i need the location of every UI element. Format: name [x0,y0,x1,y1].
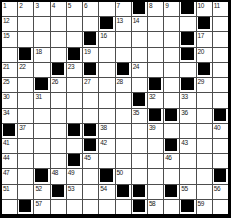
clue-number-39: 39 [149,124,155,131]
cell-r9c12[interactable] [180,124,195,138]
cell-r10c10[interactable] [148,139,163,153]
cell-r12c13[interactable] [197,169,212,183]
clue-number-48: 48 [52,169,58,176]
cell-r11c4[interactable] [51,154,66,168]
clue-number-51: 51 [3,185,9,192]
cell-r8c8[interactable] [116,109,131,123]
cell-r3c11[interactable] [164,32,179,46]
clue-number-46: 46 [165,154,171,161]
cell-r10c13[interactable] [197,139,212,153]
clue-number-29: 29 [198,78,204,85]
cell-r13c2[interactable] [18,185,33,199]
cell-r9c10[interactable]: 39 [148,124,163,138]
black-cell-r4c5 [67,48,82,62]
cell-r3c8[interactable] [116,32,131,46]
cell-r7c14[interactable] [213,93,228,107]
black-cell-r2c7 [99,17,114,31]
cell-r13c13[interactable] [197,185,212,199]
cell-r14c6[interactable] [83,200,98,214]
cell-r11c8[interactable] [116,154,131,168]
black-cell-r5c13 [197,63,212,77]
black-cell-r1c9 [132,2,147,16]
cell-r6c6[interactable]: 27 [83,78,98,92]
clue-number-45: 45 [84,154,90,161]
clue-number-37: 37 [19,124,25,131]
cell-r9c9[interactable] [132,124,147,138]
cell-r6c14[interactable] [213,78,228,92]
cell-r3c2[interactable] [18,32,33,46]
cell-r7c11[interactable] [164,93,179,107]
clue-number-33: 33 [181,93,187,100]
black-cell-r9c6 [83,124,98,138]
cell-r12c8[interactable]: 50 [116,169,131,183]
black-square [35,169,47,181]
black-cell-r2c13 [197,17,212,31]
cell-r13c6[interactable] [83,185,98,199]
cell-r6c1[interactable]: 25 [2,78,17,92]
cell-r6c9[interactable] [132,78,147,92]
cell-r11c7[interactable] [99,154,114,168]
black-square [133,185,145,197]
cell-r4c3[interactable]: 18 [34,48,49,62]
cell-r7c1[interactable]: 30 [2,93,17,107]
black-square [214,169,226,181]
cell-r13c5[interactable]: 53 [67,185,82,199]
cell-r5c10[interactable] [148,63,163,77]
clue-number-59: 59 [198,200,204,207]
black-cell-r13c11 [164,185,179,199]
cell-r3c9[interactable] [132,32,147,46]
clue-number-26: 26 [52,78,58,85]
clue-number-44: 44 [3,154,9,161]
clue-number-40: 40 [214,124,220,131]
cell-r4c14[interactable] [213,48,228,62]
black-square [68,124,80,136]
cell-r13c12[interactable]: 55 [180,185,195,199]
cell-r10c9[interactable] [132,139,147,153]
cell-r7c8[interactable] [116,93,131,107]
clue-number-50: 50 [117,169,123,176]
clue-number-32: 32 [149,93,155,100]
black-cell-r14c2 [18,200,33,214]
cell-r8c5[interactable] [67,109,82,123]
cell-r8c4[interactable] [51,109,66,123]
cell-r14c3[interactable]: 57 [34,200,49,214]
clue-number-17: 17 [198,32,204,39]
clue-number-1: 1 [3,2,6,9]
clue-number-4: 4 [52,2,55,9]
cell-r6c4[interactable]: 26 [51,78,66,92]
cell-r7c10[interactable]: 32 [148,93,163,107]
black-square [68,48,80,60]
cell-r2c2[interactable] [18,17,33,31]
cell-r7c4[interactable] [51,93,66,107]
cell-r8c9[interactable]: 35 [132,109,147,123]
black-cell-r12c7 [99,169,114,183]
clue-number-35: 35 [133,109,139,116]
black-cell-r13c4 [51,185,66,199]
clue-number-7: 7 [117,2,120,9]
cell-r8c3[interactable] [34,109,49,123]
cell-r5c11[interactable] [164,63,179,77]
cell-r9c3[interactable] [34,124,49,138]
cell-r6c8[interactable]: 28 [116,78,131,92]
cell-r4c6[interactable]: 19 [83,48,98,62]
black-square [68,154,80,166]
cell-r2c14[interactable] [213,17,228,31]
cell-r2c1[interactable]: 12 [2,17,17,31]
cell-r2c5[interactable] [67,17,82,31]
cell-r10c2[interactable] [18,139,33,153]
cell-r6c5[interactable] [67,78,82,92]
clue-number-20: 20 [198,48,204,55]
black-square [117,63,129,75]
cell-r11c1[interactable]: 44 [2,154,17,168]
clue-number-49: 49 [68,169,74,176]
cell-r11c11[interactable]: 46 [164,154,179,168]
cell-r8c13[interactable] [197,109,212,123]
cell-r1c13[interactable]: 10 [197,2,212,16]
crossword-grid: 1234567891011121314151617181920212223242… [0,0,231,218]
clue-number-57: 57 [35,200,41,207]
black-square [149,109,161,121]
clue-number-3: 3 [35,2,38,9]
clue-number-23: 23 [68,63,74,70]
cell-r7c12[interactable]: 33 [180,93,195,107]
cell-r9c13[interactable] [197,124,212,138]
clue-number-5: 5 [68,2,71,9]
clue-number-55: 55 [181,185,187,192]
cell-r10c14[interactable] [213,139,228,153]
black-cell-r13c8 [116,185,131,199]
black-cell-r12c3 [34,169,49,183]
clue-number-10: 10 [198,2,204,9]
black-cell-r3c12 [180,32,195,46]
cell-r2c4[interactable] [51,17,66,31]
black-cell-r14c12 [180,200,195,214]
clue-number-56: 56 [214,185,220,192]
cell-r4c11[interactable] [164,48,179,62]
clue-number-15: 15 [3,32,9,39]
cell-r1c6[interactable]: 6 [83,2,98,16]
clue-number-22: 22 [19,63,25,70]
cell-r14c11[interactable] [164,200,179,214]
cell-r2c8[interactable]: 13 [116,17,131,31]
cell-r1c3[interactable]: 3 [34,2,49,16]
cell-r14c7[interactable] [99,200,114,214]
cell-r2c12[interactable] [180,17,195,31]
clue-number-54: 54 [100,185,106,192]
black-square [84,139,96,151]
cell-r3c10[interactable] [148,32,163,46]
black-cell-r8c14 [213,109,228,123]
black-square [84,32,96,44]
black-square [149,78,161,90]
clue-number-53: 53 [68,185,74,192]
clue-number-6: 6 [84,2,87,9]
black-square [165,139,177,151]
black-cell-r4c12 [180,48,195,62]
black-cell-r6c10 [148,78,163,92]
clue-number-27: 27 [84,78,90,85]
black-square [84,124,96,136]
cell-r10c7[interactable]: 42 [99,139,114,153]
clue-number-41: 41 [3,139,9,146]
black-square [165,185,177,197]
cell-r11c3[interactable] [34,154,49,168]
cell-r10c4[interactable] [51,139,66,153]
cell-r12c5[interactable]: 49 [67,169,82,183]
cell-r8c7[interactable] [99,109,114,123]
clue-number-28: 28 [117,78,123,85]
cell-r6c13[interactable]: 29 [197,78,212,92]
clue-number-25: 25 [3,78,9,85]
cell-r9c7[interactable]: 38 [99,124,114,138]
cell-r13c3[interactable]: 52 [34,185,49,199]
black-cell-r11c5 [67,154,82,168]
cell-r2c3[interactable] [34,17,49,31]
cell-r5c5[interactable]: 23 [67,63,82,77]
cell-r8c1[interactable]: 34 [2,109,17,123]
cell-r1c5[interactable]: 5 [67,2,82,16]
clue-number-52: 52 [35,185,41,192]
cell-r4c8[interactable] [116,48,131,62]
cell-r14c13[interactable]: 59 [197,200,212,214]
clue-number-2: 2 [19,2,22,9]
cell-r13c7[interactable]: 54 [99,185,114,199]
cell-r7c7[interactable] [99,93,114,107]
black-cell-r14c9 [132,200,147,214]
black-square [3,124,15,136]
cell-r14c8[interactable] [116,200,131,214]
cell-r10c1[interactable]: 41 [2,139,17,153]
black-square [100,169,112,181]
black-cell-r10c11 [164,139,179,153]
cell-r10c8[interactable] [116,139,131,153]
black-cell-r9c1 [2,124,17,138]
black-cell-r10c6 [83,139,98,153]
cell-r10c5[interactable] [67,139,82,153]
black-square [52,63,64,75]
cell-r11c9[interactable] [132,154,147,168]
cell-r7c5[interactable] [67,93,82,107]
cell-r4c7[interactable] [99,48,114,62]
cell-r13c10[interactable] [148,185,163,199]
cell-r6c7[interactable] [99,78,114,92]
cell-r4c4[interactable] [51,48,66,62]
black-cell-r5c6 [83,63,98,77]
cell-r7c3[interactable]: 31 [34,93,49,107]
clue-number-30: 30 [3,93,9,100]
cell-r14c4[interactable] [51,200,66,214]
cell-r12c2[interactable] [18,169,33,183]
cell-r3c1[interactable]: 15 [2,32,17,46]
cell-r12c6[interactable] [83,169,98,183]
cell-r2c6[interactable] [83,17,98,31]
cell-r5c3[interactable] [34,63,49,77]
black-square [133,93,145,105]
cell-r10c12[interactable]: 43 [180,139,195,153]
black-cell-r9c5 [67,124,82,138]
cell-r3c4[interactable] [51,32,66,46]
cell-r2c9[interactable]: 14 [132,17,147,31]
cell-r9c8[interactable] [116,124,131,138]
clue-number-31: 31 [35,93,41,100]
clue-number-18: 18 [35,48,41,55]
cell-r5c7[interactable] [99,63,114,77]
clue-number-47: 47 [3,169,9,176]
cell-r11c2[interactable] [18,154,33,168]
cell-r11c14[interactable] [213,154,228,168]
clue-number-58: 58 [149,200,155,207]
cell-r6c2[interactable] [18,78,33,92]
black-square [133,2,145,14]
cell-r7c6[interactable] [83,93,98,107]
black-cell-r13c9 [132,185,147,199]
cell-r12c10[interactable] [148,169,163,183]
cell-r12c11[interactable] [164,169,179,183]
cell-r8c6[interactable] [83,109,98,123]
cell-r2c10[interactable] [148,17,163,31]
cell-r4c13[interactable]: 20 [197,48,212,62]
cell-r5c14[interactable] [213,63,228,77]
clue-number-19: 19 [84,48,90,55]
cell-r1c14[interactable]: 11 [213,2,228,16]
black-cell-r1c12 [180,2,195,16]
cell-r8c12[interactable]: 36 [180,109,195,123]
cell-r5c9[interactable]: 24 [132,63,147,77]
black-square [165,109,177,121]
black-square [214,109,226,121]
cell-r5c12[interactable] [180,63,195,77]
black-cell-r8c11 [164,109,179,123]
clue-number-12: 12 [3,17,9,24]
black-square [181,2,193,14]
black-square [181,78,193,90]
black-square [35,78,47,90]
cell-r7c13[interactable] [197,93,212,107]
cell-r11c12[interactable] [180,154,195,168]
black-cell-r6c12 [180,78,195,92]
clue-number-42: 42 [100,139,106,146]
cell-r4c10[interactable] [148,48,163,62]
cell-r5c1[interactable]: 21 [2,63,17,77]
cell-r9c4[interactable] [51,124,66,138]
cell-r3c3[interactable] [34,32,49,46]
cell-r6c11[interactable] [164,78,179,92]
clue-number-36: 36 [181,109,187,116]
black-square [117,185,129,197]
black-square [181,48,193,60]
cell-r12c9[interactable] [132,169,147,183]
clue-number-38: 38 [100,124,106,131]
cell-r2c11[interactable] [164,17,179,31]
cell-r4c9[interactable] [132,48,147,62]
clue-number-13: 13 [117,17,123,24]
cell-r12c4[interactable]: 48 [51,169,66,183]
cell-r11c6[interactable]: 45 [83,154,98,168]
cell-r8c2[interactable] [18,109,33,123]
black-cell-r5c4 [51,63,66,77]
clue-number-9: 9 [165,2,168,9]
black-cell-r4c2 [18,48,33,62]
clue-number-14: 14 [133,17,139,24]
black-square [198,17,210,29]
black-square [52,185,64,197]
black-cell-r7c9 [132,93,147,107]
cell-r10c3[interactable] [34,139,49,153]
cell-r1c4[interactable]: 4 [51,2,66,16]
cell-r9c11[interactable] [164,124,179,138]
black-square [100,17,112,29]
cell-r11c13[interactable] [197,154,212,168]
black-square [133,200,145,212]
cell-r3c7[interactable]: 16 [99,32,114,46]
black-cell-r6c3 [34,78,49,92]
black-cell-r3c6 [83,32,98,46]
cell-r9c2[interactable]: 37 [18,124,33,138]
cell-r14c14[interactable] [213,200,228,214]
clue-number-24: 24 [133,63,139,70]
cell-r1c2[interactable]: 2 [18,2,33,16]
clue-number-16: 16 [100,32,106,39]
cell-r7c2[interactable] [18,93,33,107]
clue-number-11: 11 [214,2,220,9]
cell-r14c10[interactable]: 58 [148,200,163,214]
cell-r13c14[interactable]: 56 [213,185,228,199]
cell-r1c10[interactable]: 8 [148,2,163,16]
cell-r11c10[interactable] [148,154,163,168]
black-square [181,200,193,212]
cell-r3c13[interactable]: 17 [197,32,212,46]
clue-number-34: 34 [3,109,9,116]
cell-r14c5[interactable] [67,200,82,214]
cell-r1c8[interactable]: 7 [116,2,131,16]
cell-r4c1[interactable] [2,48,17,62]
black-cell-r8c10 [148,109,163,123]
black-cell-r12c14 [213,169,228,183]
cell-r14c1[interactable] [2,200,17,214]
clue-number-21: 21 [3,63,9,70]
cell-r3c5[interactable] [67,32,82,46]
cell-r12c12[interactable] [180,169,195,183]
cell-r12c1[interactable]: 47 [2,169,17,183]
black-square [181,32,193,44]
cell-r3c14[interactable] [213,32,228,46]
cell-r5c2[interactable]: 22 [18,63,33,77]
cell-r9c14[interactable]: 40 [213,124,228,138]
cell-r1c1[interactable]: 1 [2,2,17,16]
black-square [19,200,31,212]
cell-r1c11[interactable]: 9 [164,2,179,16]
clue-number-8: 8 [149,2,152,9]
cell-r1c7[interactable] [99,2,114,16]
clue-number-43: 43 [181,139,187,146]
black-square [84,63,96,75]
black-square [198,63,210,75]
cell-r13c1[interactable]: 51 [2,185,17,199]
black-square [19,48,31,60]
black-cell-r5c8 [116,63,131,77]
